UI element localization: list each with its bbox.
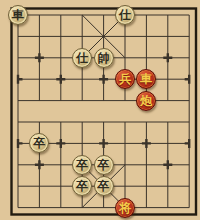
piece-red-cannon[interactable]: 炮: [136, 91, 156, 111]
piece-black-chariot[interactable]: 車: [8, 5, 28, 25]
red-general-glyph: 将: [119, 198, 131, 218]
piece-layer: 車仕仕帥兵車炮卒卒卒卒卒将: [7, 4, 200, 218]
red-chariot-glyph: 車: [140, 69, 152, 89]
black-soldier-2-glyph: 卒: [76, 155, 88, 175]
piece-black-soldier-5[interactable]: 卒: [94, 176, 114, 196]
piece-red-general[interactable]: 将: [115, 198, 135, 218]
black-soldier-1-glyph: 卒: [33, 133, 45, 153]
black-advisor-2-glyph: 仕: [76, 48, 88, 68]
piece-black-advisor-2[interactable]: 仕: [72, 48, 92, 68]
black-soldier-5-glyph: 卒: [98, 176, 110, 196]
piece-black-soldier-2[interactable]: 卒: [72, 155, 92, 175]
black-advisor-1-glyph: 仕: [119, 5, 131, 25]
piece-black-soldier-1[interactable]: 卒: [29, 133, 49, 153]
piece-black-general[interactable]: 帥: [94, 48, 114, 68]
black-soldier-3-glyph: 卒: [98, 155, 110, 175]
red-soldier-glyph: 兵: [119, 69, 131, 89]
black-soldier-4-glyph: 卒: [76, 176, 88, 196]
piece-black-advisor-1[interactable]: 仕: [115, 5, 135, 25]
xiangqi-board[interactable]: 車仕仕帥兵車炮卒卒卒卒卒将: [0, 0, 200, 220]
red-cannon-glyph: 炮: [140, 91, 152, 111]
piece-black-soldier-3[interactable]: 卒: [94, 155, 114, 175]
piece-black-soldier-4[interactable]: 卒: [72, 176, 92, 196]
black-general-glyph: 帥: [98, 48, 110, 68]
piece-red-chariot[interactable]: 車: [136, 69, 156, 89]
piece-red-soldier[interactable]: 兵: [115, 69, 135, 89]
black-chariot-glyph: 車: [12, 5, 24, 25]
